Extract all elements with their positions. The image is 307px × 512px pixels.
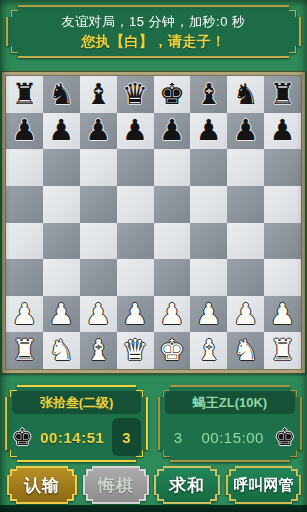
player-info-row-self: ♚ 00:14:51 3 <box>12 418 141 456</box>
square-f2[interactable]: ♟ <box>190 296 227 333</box>
square-c7[interactable]: ♟ <box>80 113 117 150</box>
black-rook: ♜ <box>11 80 37 109</box>
square-g7[interactable]: ♟ <box>227 113 264 150</box>
king-icon: ♚ <box>12 426 33 449</box>
white-pawn: ♟ <box>233 300 259 329</box>
takeback-button[interactable]: 悔棋 <box>83 466 149 504</box>
black-rook: ♜ <box>270 80 296 109</box>
square-c8[interactable]: ♝ <box>80 76 117 113</box>
offer-draw-button[interactable]: 求和 <box>154 466 220 504</box>
game-info-panel: 友谊对局，15 分钟，加秒:0 秒 您执【白】，请走子！ <box>6 5 301 58</box>
square-b4[interactable] <box>43 223 80 260</box>
square-c6[interactable] <box>80 149 117 186</box>
white-rook: ♜ <box>270 336 296 365</box>
resign-button[interactable]: 认输 <box>7 466 77 504</box>
square-a8[interactable]: ♜ <box>6 76 43 113</box>
clock-opponent: 00:15:00 <box>191 429 274 446</box>
square-g3[interactable] <box>227 259 264 296</box>
player-name-opponent: 蝎王ZL(10K) <box>165 391 295 414</box>
call-admin-button[interactable]: 呼叫网管 <box>226 466 301 504</box>
square-a3[interactable] <box>6 259 43 296</box>
white-pawn: ♟ <box>122 300 148 329</box>
white-pawn: ♟ <box>270 300 296 329</box>
player-panel-self: 张拾叁(二级) ♚ 00:14:51 3 <box>5 385 148 462</box>
square-f4[interactable] <box>190 223 227 260</box>
square-f7[interactable]: ♟ <box>190 113 227 150</box>
square-g2[interactable]: ♟ <box>227 296 264 333</box>
square-f6[interactable] <box>190 149 227 186</box>
square-h3[interactable] <box>264 259 301 296</box>
square-c3[interactable] <box>80 259 117 296</box>
square-c2[interactable]: ♟ <box>80 296 117 333</box>
square-g6[interactable] <box>227 149 264 186</box>
square-c4[interactable] <box>80 223 117 260</box>
black-knight: ♞ <box>233 80 259 109</box>
player-panel-opponent: 蝎王ZL(10K) 3 00:15:00 ♚ <box>158 385 302 462</box>
king-icon: ♚ <box>274 426 295 449</box>
square-e5[interactable] <box>154 186 191 223</box>
takeback-button-label: 悔棋 <box>83 466 149 504</box>
square-d2[interactable]: ♟ <box>117 296 154 333</box>
square-d1[interactable]: ♛ <box>117 332 154 369</box>
square-a7[interactable]: ♟ <box>6 113 43 150</box>
square-h6[interactable] <box>264 149 301 186</box>
white-king: ♚ <box>159 336 185 365</box>
square-g8[interactable]: ♞ <box>227 76 264 113</box>
square-g4[interactable] <box>227 223 264 260</box>
white-pawn: ♟ <box>159 300 185 329</box>
black-pawn: ♟ <box>122 116 148 145</box>
square-b1[interactable]: ♞ <box>43 332 80 369</box>
square-e2[interactable]: ♟ <box>154 296 191 333</box>
square-f3[interactable] <box>190 259 227 296</box>
clock-self: 00:14:51 <box>33 429 112 446</box>
chess-board[interactable]: ♜♞♝♛♚♝♞♜♟♟♟♟♟♟♟♟♟♟♟♟♟♟♟♟♜♞♝♛♚♝♞♜ <box>1 71 306 374</box>
square-d5[interactable] <box>117 186 154 223</box>
white-pawn: ♟ <box>48 300 74 329</box>
bottom-edge-strip <box>0 505 307 512</box>
black-pawn: ♟ <box>85 116 111 145</box>
black-bishop: ♝ <box>85 80 111 109</box>
black-queen: ♛ <box>122 80 148 109</box>
square-d6[interactable] <box>117 149 154 186</box>
white-knight: ♞ <box>48 336 74 365</box>
square-h7[interactable]: ♟ <box>264 113 301 150</box>
square-f8[interactable]: ♝ <box>190 76 227 113</box>
white-knight: ♞ <box>233 336 259 365</box>
square-d4[interactable] <box>117 223 154 260</box>
black-bishop: ♝ <box>196 80 222 109</box>
square-h2[interactable]: ♟ <box>264 296 301 333</box>
square-a6[interactable] <box>6 149 43 186</box>
black-knight: ♞ <box>48 80 74 109</box>
call-admin-button-label: 呼叫网管 <box>226 466 301 504</box>
chess-board-grid[interactable]: ♜♞♝♛♚♝♞♜♟♟♟♟♟♟♟♟♟♟♟♟♟♟♟♟♜♞♝♛♚♝♞♜ <box>5 75 302 370</box>
count-opponent: 3 <box>165 429 191 446</box>
square-c1[interactable]: ♝ <box>80 332 117 369</box>
square-e7[interactable]: ♟ <box>154 113 191 150</box>
square-b7[interactable]: ♟ <box>43 113 80 150</box>
square-g5[interactable] <box>227 186 264 223</box>
turn-status-text: 您执【白】，请走子！ <box>6 33 301 51</box>
square-d3[interactable] <box>117 259 154 296</box>
resign-button-label: 认输 <box>7 466 77 504</box>
square-f1[interactable]: ♝ <box>190 332 227 369</box>
black-king: ♚ <box>159 80 185 109</box>
square-h4[interactable] <box>264 223 301 260</box>
square-b5[interactable] <box>43 186 80 223</box>
black-pawn: ♟ <box>48 116 74 145</box>
white-pawn: ♟ <box>196 300 222 329</box>
square-e6[interactable] <box>154 149 191 186</box>
count-badge-self: 3 <box>112 418 141 456</box>
white-queen: ♛ <box>122 336 148 365</box>
white-pawn: ♟ <box>11 300 37 329</box>
white-rook: ♜ <box>11 336 37 365</box>
player-info-row-opponent: 3 00:15:00 ♚ <box>165 418 295 456</box>
square-b8[interactable]: ♞ <box>43 76 80 113</box>
square-g1[interactable]: ♞ <box>227 332 264 369</box>
square-a1[interactable]: ♜ <box>6 332 43 369</box>
black-pawn: ♟ <box>196 116 222 145</box>
square-h1[interactable]: ♜ <box>264 332 301 369</box>
black-pawn: ♟ <box>233 116 259 145</box>
square-c5[interactable] <box>80 186 117 223</box>
black-pawn: ♟ <box>11 116 37 145</box>
square-b3[interactable] <box>43 259 80 296</box>
white-bishop: ♝ <box>85 336 111 365</box>
square-e3[interactable] <box>154 259 191 296</box>
square-d7[interactable]: ♟ <box>117 113 154 150</box>
player-name-self: 张拾叁(二级) <box>12 391 141 414</box>
square-b2[interactable]: ♟ <box>43 296 80 333</box>
black-pawn: ♟ <box>159 116 185 145</box>
square-e1[interactable]: ♚ <box>154 332 191 369</box>
square-f5[interactable] <box>190 186 227 223</box>
square-b6[interactable] <box>43 149 80 186</box>
square-d8[interactable]: ♛ <box>117 76 154 113</box>
white-bishop: ♝ <box>196 336 222 365</box>
game-settings-text: 友谊对局，15 分钟，加秒:0 秒 <box>6 13 301 31</box>
black-pawn: ♟ <box>270 116 296 145</box>
square-a2[interactable]: ♟ <box>6 296 43 333</box>
square-h5[interactable] <box>264 186 301 223</box>
square-h8[interactable]: ♜ <box>264 76 301 113</box>
offer-draw-button-label: 求和 <box>154 466 220 504</box>
square-a4[interactable] <box>6 223 43 260</box>
square-e4[interactable] <box>154 223 191 260</box>
white-pawn: ♟ <box>85 300 111 329</box>
square-a5[interactable] <box>6 186 43 223</box>
square-e8[interactable]: ♚ <box>154 76 191 113</box>
